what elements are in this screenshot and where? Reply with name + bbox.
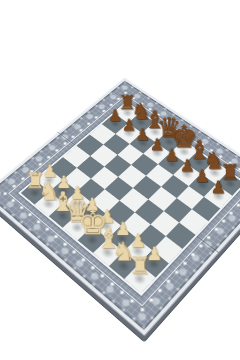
- chess-set-product-photo: ♜♞♝♛♚♝♞♜♟♟♟♟♟♟♟♟♟♟♟♟♟♟♟♟♜♞♝♛♚♝♞♜: [0, 0, 240, 360]
- piece-black-pawn: ♟: [201, 179, 235, 196]
- square-h1: ♜: [125, 264, 156, 293]
- piece-white-rook: ♜: [121, 254, 159, 278]
- chess-board: ♜♞♝♛♚♝♞♜♟♟♟♟♟♟♟♟♟♟♟♟♟♟♟♟♜♞♝♛♚♝♞♜: [0, 79, 240, 333]
